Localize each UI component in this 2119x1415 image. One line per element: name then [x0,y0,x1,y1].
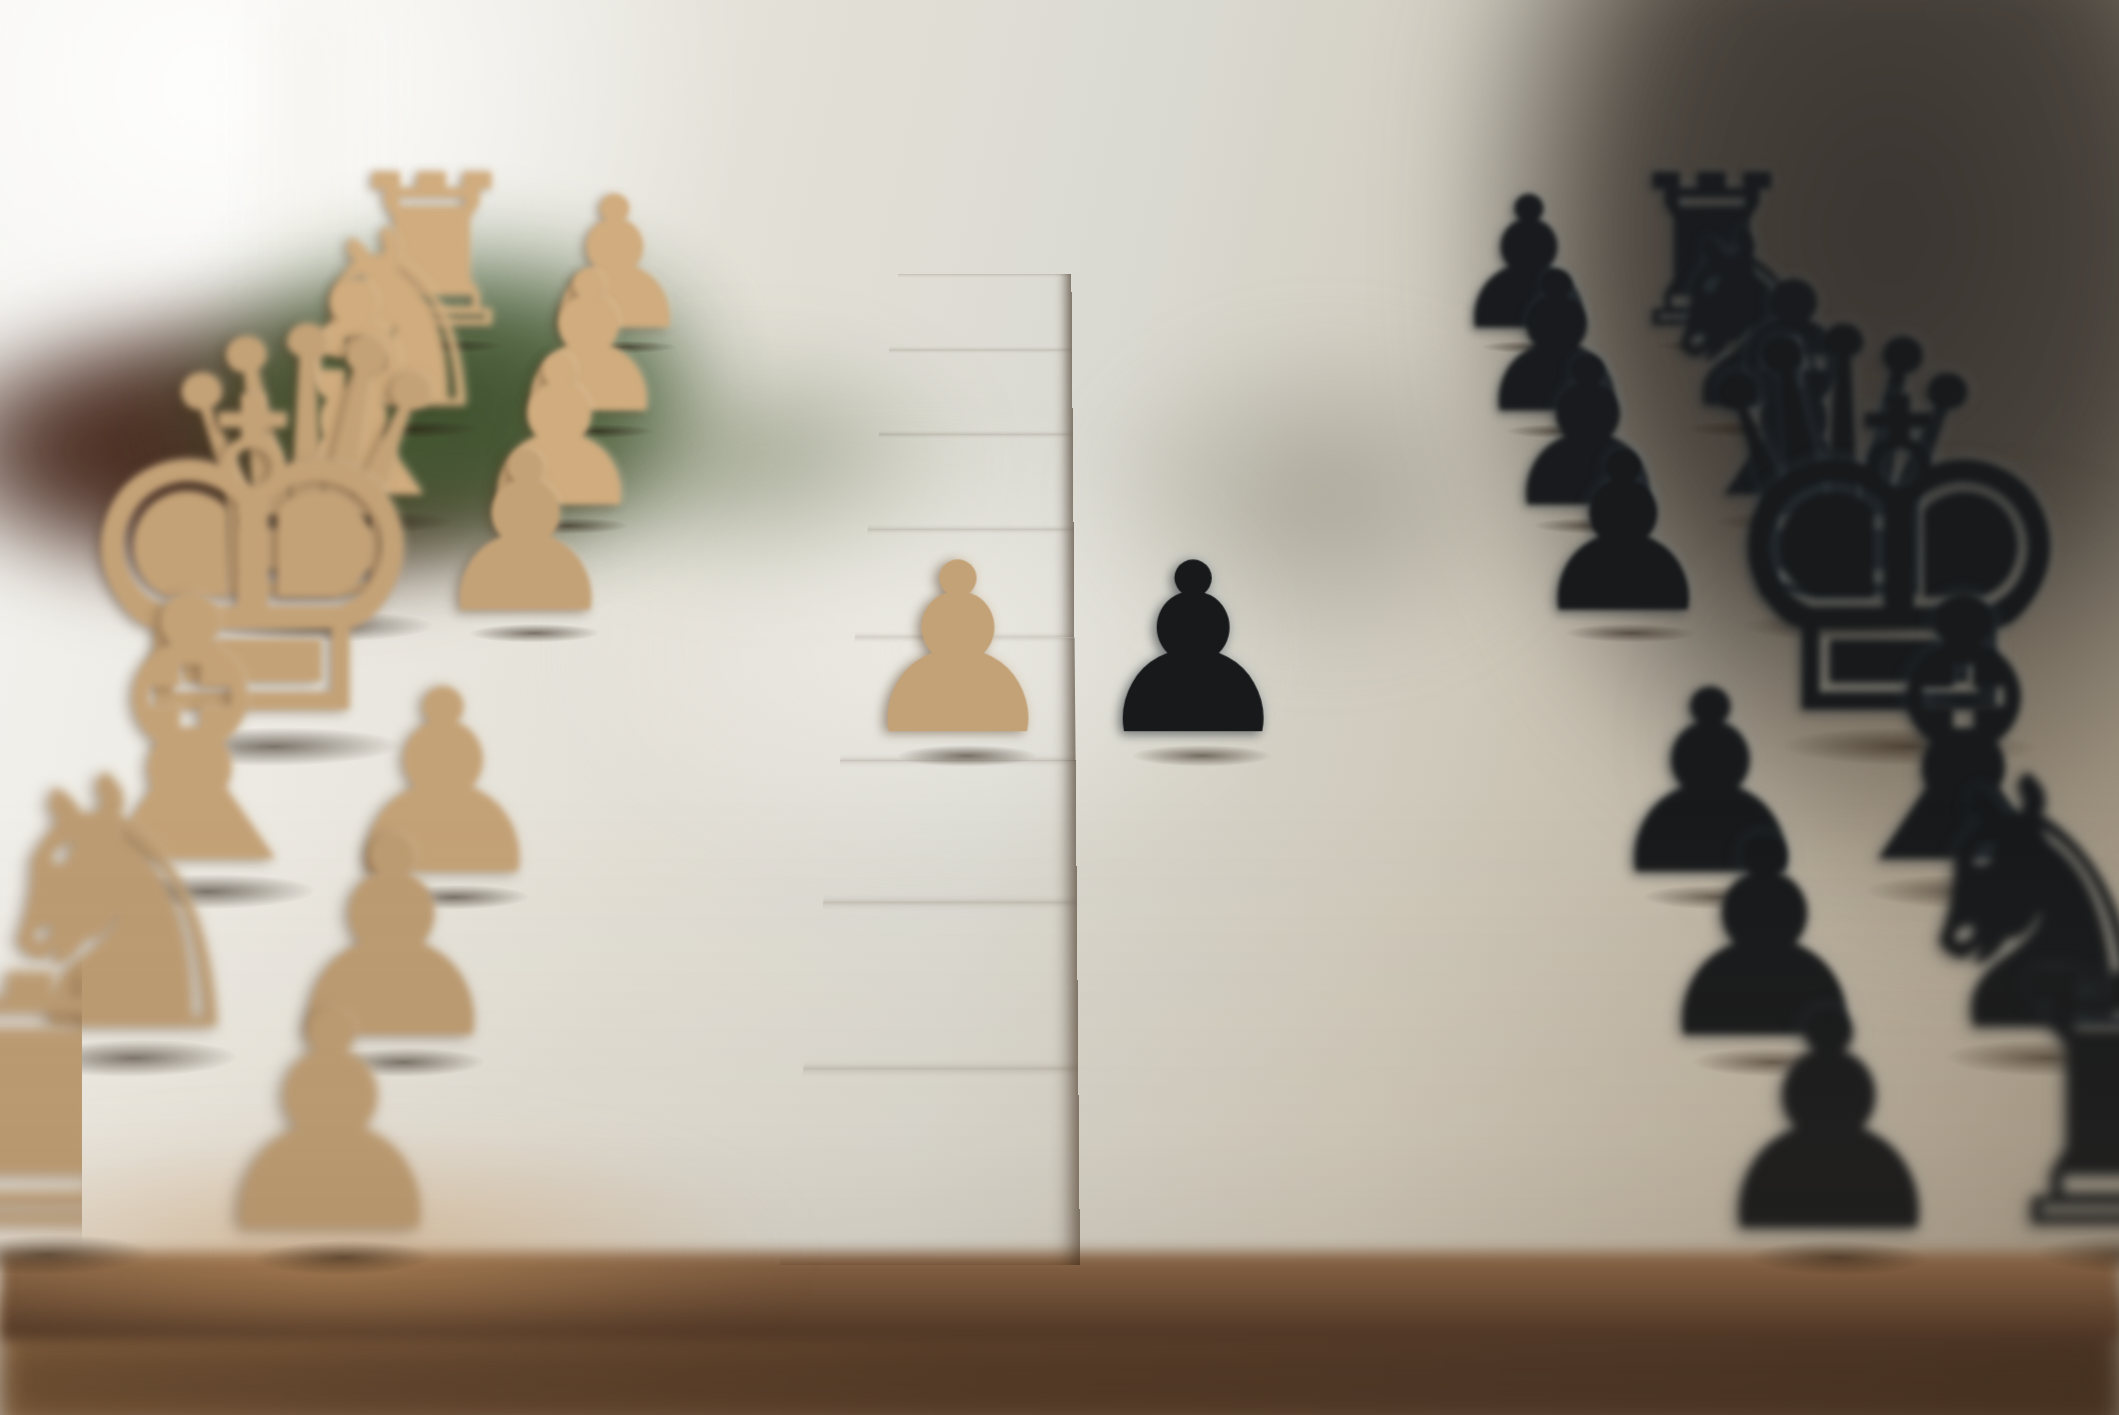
square-b6 [1255,350,1460,434]
piece-black-pawn-h7: ♟ [1694,986,1963,1262]
square-e5: ♟ [1074,637,1311,760]
square-e4: ♟ [840,637,1075,760]
piece-black-rook-h8: ♜ [1974,945,2119,1262]
piece-white-pawn-e4: ♟ [852,542,1063,758]
board-scene: ♜♟♟♜♞♟♟♞♝♟♟♝♛♟♟♛♚♟♟♚♝♟♟♝♞♟♟♞♜♟♟♜ [0,0,2119,1415]
square-c3 [661,434,878,529]
piece-white-pawn-h2: ♟ [196,986,465,1262]
square-b3 [685,350,889,434]
square-b5 [1072,350,1267,434]
piece-white-pawn-d2: ♟ [427,434,624,636]
square-d2: ♟ [415,529,661,637]
square-h7: ♟ [1628,1069,1980,1265]
square-a5 [1071,274,1255,350]
square-c6 [1266,434,1485,529]
square-a4 [889,274,1072,350]
square-a6 [1244,274,1437,350]
square-h3 [480,1069,803,1265]
square-d3 [635,529,868,637]
piece-black-pawn-d7: ♟ [1525,434,1722,636]
foreground-blur-strip [0,1336,2119,1415]
photo-frame: ♜♟♟♜♞♟♟♞♝♟♟♝♛♟♟♛♚♟♟♚♝♟♟♝♞♟♟♞♜♟♟♜ [0,0,2119,1415]
square-d7: ♟ [1485,529,1733,637]
square-g4 [803,903,1078,1069]
square-h2: ♟ [180,1069,529,1265]
square-f5 [1075,760,1330,902]
square-e6 [1294,637,1546,760]
square-d6 [1279,529,1513,637]
square-h6 [1353,1069,1680,1265]
square-a3 [706,274,898,350]
square-f4 [823,760,1077,902]
square-h5 [1078,1069,1380,1265]
piece-black-pawn-e5: ♟ [1087,542,1298,758]
square-f6 [1311,760,1584,902]
square-f3 [569,760,840,902]
square-b4 [879,350,1073,434]
square-e3 [604,637,854,760]
piece-white-rook-h1: ♜ [0,945,185,1262]
square-g5 [1076,903,1352,1069]
square-g3 [528,903,823,1069]
square-g6 [1330,903,1628,1069]
square-h4 [780,1069,1080,1265]
chess-board: ♜♟♟♜♞♟♟♞♝♟♟♝♛♟♟♛♚♟♟♚♝♟♟♝♞♟♟♞♜♟♟♜ [0,274,2119,1265]
